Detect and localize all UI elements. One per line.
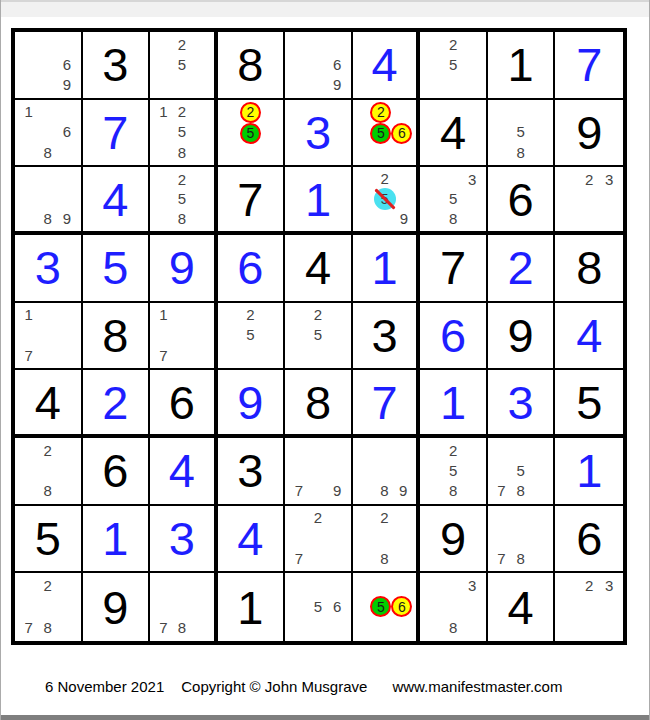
candidate-slot-9 [391, 144, 412, 163]
cell-r8c5[interactable]: 27 [285, 506, 353, 574]
given-digit: 6 [102, 447, 128, 494]
candidate-slot-6 [394, 528, 413, 548]
solved-digit: 3 [169, 515, 195, 562]
candidate-slot-7 [424, 480, 443, 500]
candidate-slot-4 [559, 189, 579, 209]
candidate-9: 9 [63, 77, 71, 92]
candidate-slot-2: 2 [241, 305, 260, 325]
cell-r8c7[interactable]: 9 [420, 506, 488, 574]
cell-r9c7[interactable]: 38 [420, 573, 488, 641]
cell-r7c9[interactable]: 1 [555, 438, 623, 506]
cell-r4c3[interactable]: 9 [150, 235, 218, 303]
cell-r2c1[interactable]: 168 [15, 100, 83, 168]
solved-digit: 2 [102, 379, 128, 426]
cell-r5c2[interactable]: 8 [83, 303, 151, 371]
cell-r8c1[interactable]: 5 [15, 506, 83, 574]
candidate-6: 6 [333, 599, 341, 614]
candidate-slot-4 [357, 596, 371, 617]
candidate-2-yellow-circle: 2 [370, 102, 391, 123]
cell-r6c3[interactable]: 6 [150, 370, 218, 438]
candidate-slot-5 [308, 54, 327, 74]
sudoku-board: 6932586942517168712582532564589894258712… [11, 28, 627, 645]
candidate-2: 2 [178, 104, 186, 119]
candidate-slot-1 [492, 440, 511, 460]
candidate-slot-8: 8 [38, 142, 57, 162]
cell-r4c6[interactable]: 1 [353, 235, 421, 303]
cell-r2c8[interactable]: 58 [488, 100, 556, 168]
candidate-slot-1 [559, 169, 579, 189]
candidate-slot-9 [260, 345, 279, 365]
cell-r6c2[interactable]: 2 [83, 370, 151, 438]
cell-r9c8[interactable]: 4 [488, 573, 556, 641]
cell-r8c6[interactable]: 28 [353, 506, 421, 574]
cell-r9c1[interactable]: 278 [15, 573, 83, 641]
candidate-slot-1 [424, 440, 443, 460]
cell-r6c5[interactable]: 8 [285, 370, 353, 438]
candidate-slot-3 [396, 169, 413, 187]
candidate-slot-7 [222, 144, 240, 163]
candidate-slot-2: 2 [173, 169, 192, 189]
candidate-grid: 25 [222, 102, 280, 163]
cell-r1c9[interactable]: 7 [555, 32, 623, 100]
candidate-slot-9 [191, 208, 210, 228]
candidate-slot-9 [530, 548, 549, 568]
candidate-6-yellow-circle: 6 [391, 123, 412, 144]
cell-r6c8[interactable]: 3 [488, 370, 556, 438]
cell-r1c8[interactable]: 1 [488, 32, 556, 100]
cell-r2c9[interactable]: 9 [555, 100, 623, 168]
candidate-2: 2 [314, 510, 322, 525]
candidate-3: 3 [605, 578, 613, 593]
candidate-slot-5: 5 [374, 188, 396, 210]
cell-r8c4[interactable]: 4 [218, 506, 286, 574]
footer: 6 November 2021Copyright © John Musgrave… [45, 678, 562, 695]
cell-r9c4[interactable]: 1 [218, 573, 286, 641]
candidate-slot-5 [38, 122, 57, 142]
candidate-3: 3 [468, 578, 476, 593]
candidate-slot-4 [492, 528, 511, 548]
candidate-slot-2 [38, 169, 57, 189]
candidate-slot-8 [308, 74, 327, 94]
candidate-8: 8 [44, 211, 52, 226]
given-digit: 4 [305, 244, 331, 291]
given-digit: 4 [440, 109, 466, 156]
solved-digit: 4 [371, 41, 397, 88]
candidate-slot-3 [191, 34, 210, 54]
candidate-slot-6 [191, 325, 210, 345]
candidate-slot-8: 8 [511, 548, 530, 568]
candidate-slot-4 [289, 528, 308, 548]
candidate-slot-2: 2 [370, 102, 391, 123]
candidate-7: 7 [24, 348, 32, 363]
candidate-slot-8 [308, 548, 327, 568]
candidate-8: 8 [449, 211, 457, 226]
candidate-slot-4 [154, 325, 173, 345]
candidate-5: 5 [178, 191, 186, 206]
cell-r7c6[interactable]: 89 [353, 438, 421, 506]
candidate-slot-6 [463, 596, 482, 617]
candidate-slot-6 [530, 460, 549, 480]
cell-r2c6[interactable]: 256 [353, 100, 421, 168]
candidate-slot-4 [289, 596, 308, 617]
candidate-slot-2: 2 [444, 440, 463, 460]
candidate-slot-6 [191, 54, 210, 74]
cell-r6c1[interactable]: 4 [15, 370, 83, 438]
candidate-slot-4 [357, 528, 376, 548]
candidate-slot-7: 7 [289, 480, 308, 500]
candidate-slot-7 [424, 617, 443, 638]
cell-r3c4[interactable]: 7 [218, 167, 286, 235]
candidate-slot-1 [357, 508, 376, 528]
candidate-7: 7 [497, 483, 505, 498]
candidate-slot-3 [530, 508, 549, 528]
candidate-slot-8: 8 [511, 142, 530, 162]
candidate-slot-3: 3 [463, 169, 482, 189]
candidate-8: 8 [178, 211, 186, 226]
candidate-grid: 259 [357, 169, 413, 228]
cell-r1c4[interactable]: 8 [218, 32, 286, 100]
candidate-5: 5 [516, 463, 524, 478]
cell-r4c2[interactable]: 5 [83, 235, 151, 303]
candidate-grid: 23 [559, 575, 619, 638]
candidate-slot-8: 8 [173, 617, 192, 638]
candidate-5-cyan-circle: 5 [374, 188, 396, 210]
candidate-slot-8 [370, 144, 391, 163]
cell-r4c7[interactable]: 7 [420, 235, 488, 303]
candidate-slot-8 [579, 617, 599, 638]
candidate-slot-9 [530, 480, 549, 500]
candidate-slot-5: 5 [241, 325, 260, 345]
given-digit: 7 [440, 244, 466, 291]
cell-r4c9[interactable]: 8 [555, 235, 623, 303]
candidate-slot-9: 9 [394, 480, 413, 500]
candidate-slot-8: 8 [173, 142, 192, 162]
candidate-slot-4 [154, 189, 173, 209]
cell-r3c7[interactable]: 358 [420, 167, 488, 235]
candidate-slot-9 [530, 142, 549, 162]
candidate-slot-3 [463, 34, 482, 54]
candidate-slot-5: 5 [240, 123, 261, 144]
candidate-slot-2: 2 [38, 575, 57, 596]
candidate-slot-6 [57, 596, 76, 617]
candidate-slot-3 [191, 305, 210, 325]
candidate-slot-7 [357, 144, 371, 163]
cell-r9c6[interactable]: 56 [353, 573, 421, 641]
cell-r1c2[interactable]: 3 [83, 32, 151, 100]
cell-r2c5[interactable]: 3 [285, 100, 353, 168]
footer-copyright: Copyright © John Musgrave [181, 678, 367, 695]
given-digit: 3 [371, 312, 397, 359]
given-digit: 6 [169, 379, 195, 426]
cell-r4c5[interactable]: 4 [285, 235, 353, 303]
cell-r3c2[interactable]: 4 [83, 167, 151, 235]
candidate-slot-8: 8 [38, 617, 57, 638]
candidate-grid: 25 [154, 34, 210, 95]
cell-r8c2[interactable]: 1 [83, 506, 151, 574]
candidate-grid: 258 [424, 440, 482, 501]
candidate-slot-1 [289, 575, 308, 596]
solved-digit: 6 [440, 312, 466, 359]
candidate-grid: 89 [19, 169, 77, 228]
candidate-grid: 25 [222, 305, 280, 366]
given-digit: 3 [102, 41, 128, 88]
cell-r1c7[interactable]: 25 [420, 32, 488, 100]
given-digit: 4 [35, 379, 61, 426]
candidate-2: 2 [585, 172, 593, 187]
candidate-slot-3 [391, 102, 412, 123]
candidate-slot-8 [38, 74, 57, 94]
cell-r3c9[interactable]: 23 [555, 167, 623, 235]
cell-r7c1[interactable]: 28 [15, 438, 83, 506]
candidate-slot-5: 5 [173, 122, 192, 142]
candidate-7: 7 [159, 348, 167, 363]
candidate-slot-7: 7 [492, 480, 511, 500]
candidate-slot-4 [424, 460, 443, 480]
candidate-slot-8: 8 [511, 480, 530, 500]
cell-r8c9[interactable]: 6 [555, 506, 623, 574]
solved-digit: 3 [35, 244, 61, 291]
candidate-slot-9 [463, 74, 482, 94]
candidate-2: 2 [380, 510, 388, 525]
candidate-slot-3 [328, 305, 347, 325]
cell-r1c5[interactable]: 69 [285, 32, 353, 100]
candidate-slot-7 [19, 142, 38, 162]
candidate-slot-8 [38, 345, 57, 365]
candidate-slot-9 [57, 480, 76, 500]
candidate-slot-2: 2 [375, 508, 394, 528]
candidate-slot-6 [530, 122, 549, 142]
candidate-7: 7 [295, 551, 303, 566]
candidate-slot-7: 7 [19, 345, 38, 365]
candidate-slot-8 [308, 345, 327, 365]
candidate-slot-5 [444, 596, 463, 617]
cell-r8c3[interactable]: 3 [150, 506, 218, 574]
cell-r6c7[interactable]: 1 [420, 370, 488, 438]
candidate-slot-9 [261, 144, 279, 163]
candidate-grid: 168 [19, 102, 77, 163]
cell-r2c4[interactable]: 25 [218, 100, 286, 168]
solved-digit: 2 [508, 244, 534, 291]
candidate-grid: 27 [289, 508, 347, 569]
candidate-slot-2 [173, 575, 192, 596]
candidate-slot-3 [191, 575, 210, 596]
cell-r1c3[interactable]: 25 [150, 32, 218, 100]
candidate-8: 8 [44, 620, 52, 635]
candidate-slot-5 [579, 189, 599, 209]
candidate-slot-2 [308, 575, 327, 596]
candidate-slot-8 [173, 74, 192, 94]
cell-r2c7[interactable]: 4 [420, 100, 488, 168]
cell-r9c9[interactable]: 23 [555, 573, 623, 641]
candidate-grid: 256 [357, 102, 413, 163]
cell-r6c9[interactable]: 5 [555, 370, 623, 438]
candidate-slot-3 [394, 508, 413, 528]
candidate-slot-9: 9 [396, 210, 413, 228]
candidate-slot-5 [579, 596, 599, 617]
candidate-slot-7 [357, 617, 371, 638]
window-top-bar [1, 0, 649, 17]
cell-r5c9[interactable]: 4 [555, 303, 623, 371]
cell-r6c6[interactable]: 7 [353, 370, 421, 438]
cell-r4c1[interactable]: 3 [15, 235, 83, 303]
cell-r7c4[interactable]: 3 [218, 438, 286, 506]
candidate-9: 9 [400, 211, 408, 226]
candidate-6: 6 [333, 57, 341, 72]
candidate-grid: 58 [492, 102, 550, 163]
candidate-grid: 69 [19, 34, 77, 95]
candidate-slot-9 [57, 142, 76, 162]
candidate-slot-9: 9 [57, 74, 76, 94]
cell-r6c4[interactable]: 9 [218, 370, 286, 438]
candidate-2: 2 [44, 443, 52, 458]
cell-r5c7[interactable]: 6 [420, 303, 488, 371]
cell-r7c3[interactable]: 4 [150, 438, 218, 506]
candidate-slot-3 [57, 102, 76, 122]
candidate-slot-4 [492, 460, 511, 480]
candidate-2: 2 [449, 37, 457, 52]
candidate-slot-8: 8 [375, 480, 394, 500]
candidate-slot-5 [173, 325, 192, 345]
candidate-slot-9 [463, 480, 482, 500]
candidate-slot-5 [38, 460, 57, 480]
cell-r8c8[interactable]: 78 [488, 506, 556, 574]
candidate-9: 9 [63, 211, 71, 226]
candidate-slot-5: 5 [173, 189, 192, 209]
candidate-slot-1 [154, 34, 173, 54]
candidate-slot-6 [394, 460, 413, 480]
candidate-slot-8: 8 [375, 548, 394, 568]
cell-r5c3[interactable]: 17 [150, 303, 218, 371]
app-window: 6932586942517168712582532564589894258712… [0, 0, 650, 720]
solved-digit: 1 [371, 244, 397, 291]
candidate-9: 9 [333, 483, 341, 498]
candidate-slot-7 [289, 74, 308, 94]
cell-r5c4[interactable]: 25 [218, 303, 286, 371]
cell-r3c8[interactable]: 6 [488, 167, 556, 235]
candidate-slot-4 [424, 189, 443, 209]
cell-r2c3[interactable]: 1258 [150, 100, 218, 168]
cell-r9c2[interactable]: 9 [83, 573, 151, 641]
candidate-slot-4 [19, 596, 38, 617]
candidate-slot-1: 1 [154, 102, 173, 122]
candidate-slot-5 [38, 325, 57, 345]
candidate-slot-2 [370, 575, 391, 596]
candidate-slot-7 [154, 142, 173, 162]
candidate-grid: 25 [289, 305, 347, 366]
solved-digit: 1 [305, 176, 331, 223]
candidate-slot-6 [191, 122, 210, 142]
candidate-slot-4 [19, 189, 38, 209]
candidate-slot-3 [463, 440, 482, 460]
candidate-slot-7 [289, 617, 308, 638]
candidate-slot-9 [328, 617, 347, 638]
candidate-5-green-circle: 5 [240, 123, 261, 144]
candidate-slot-2 [444, 169, 463, 189]
candidate-slot-8: 8 [173, 208, 192, 228]
candidate-grid: 258 [154, 169, 210, 228]
candidate-8: 8 [516, 145, 524, 160]
cell-r7c5[interactable]: 79 [285, 438, 353, 506]
candidate-8: 8 [44, 145, 52, 160]
candidate-slot-6: 6 [391, 596, 412, 617]
candidate-slot-2 [38, 305, 57, 325]
candidate-slot-3 [57, 575, 76, 596]
given-digit: 9 [102, 584, 128, 631]
solved-digit: 7 [102, 109, 128, 156]
cell-r5c6[interactable]: 3 [353, 303, 421, 371]
candidate-grid: 23 [559, 169, 619, 228]
candidate-5: 5 [449, 191, 457, 206]
cell-r2c2[interactable]: 7 [83, 100, 151, 168]
candidate-slot-1 [559, 575, 579, 596]
candidate-slot-7 [357, 480, 376, 500]
candidate-slot-5: 5 [370, 123, 391, 144]
cell-r9c5[interactable]: 56 [285, 573, 353, 641]
candidate-6-yellow-circle: 6 [391, 596, 412, 617]
candidate-slot-5 [308, 528, 327, 548]
cell-r7c2[interactable]: 6 [83, 438, 151, 506]
candidate-slot-2: 2 [579, 169, 599, 189]
cell-r4c4[interactable]: 6 [218, 235, 286, 303]
cell-r9c3[interactable]: 78 [150, 573, 218, 641]
cell-r5c8[interactable]: 9 [488, 303, 556, 371]
solved-digit: 1 [576, 447, 602, 494]
candidate-slot-5 [375, 460, 394, 480]
cell-r4c8[interactable]: 2 [488, 235, 556, 303]
candidate-slot-7 [19, 208, 38, 228]
candidate-slot-1 [357, 575, 371, 596]
cell-r1c6[interactable]: 4 [353, 32, 421, 100]
given-digit: 9 [508, 312, 534, 359]
candidate-8: 8 [449, 620, 457, 635]
candidate-slot-4 [19, 122, 38, 142]
candidate-slot-7 [289, 345, 308, 365]
footer-website[interactable]: www.manifestmaster.com [392, 678, 562, 695]
candidate-slot-8 [308, 617, 327, 638]
candidate-5: 5 [449, 57, 457, 72]
cell-r5c5[interactable]: 25 [285, 303, 353, 371]
candidate-slot-9 [57, 617, 76, 638]
candidate-slot-7 [559, 617, 579, 638]
candidate-slot-6 [463, 189, 482, 209]
cell-r5c1[interactable]: 17 [15, 303, 83, 371]
candidate-slot-9 [328, 548, 347, 568]
cell-r3c3[interactable]: 258 [150, 167, 218, 235]
candidate-slot-5 [38, 54, 57, 74]
candidate-8: 8 [178, 620, 186, 635]
cell-r7c7[interactable]: 258 [420, 438, 488, 506]
cell-r7c8[interactable]: 578 [488, 438, 556, 506]
candidate-slot-4 [289, 460, 308, 480]
candidate-5-green-circle: 5 [370, 123, 391, 144]
candidate-7: 7 [295, 483, 303, 498]
cell-r3c5[interactable]: 1 [285, 167, 353, 235]
candidate-slot-2: 2 [38, 440, 57, 460]
candidate-slot-1 [289, 34, 308, 54]
candidate-slot-5: 5 [511, 122, 530, 142]
cell-r3c6[interactable]: 259 [353, 167, 421, 235]
cell-r1c1[interactable]: 69 [15, 32, 83, 100]
candidate-slot-6 [328, 325, 347, 345]
candidate-grid: 17 [19, 305, 77, 366]
candidate-slot-7 [222, 345, 241, 365]
candidate-slot-4 [357, 123, 371, 144]
candidate-slot-8 [308, 480, 327, 500]
candidate-slot-2 [375, 440, 394, 460]
candidate-slot-6 [260, 325, 279, 345]
candidate-slot-1 [424, 575, 443, 596]
cell-r3c1[interactable]: 89 [15, 167, 83, 235]
